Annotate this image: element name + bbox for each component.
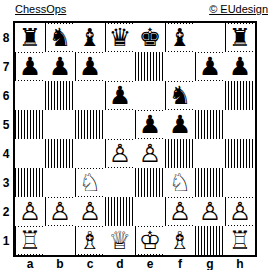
square-h6[interactable] (225, 81, 255, 110)
square-d3[interactable] (105, 168, 135, 197)
square-a6[interactable] (15, 81, 45, 110)
piece-black-queen[interactable]: ♛ (109, 24, 131, 51)
square-d7[interactable] (105, 52, 135, 81)
piece-backing: ♔ (137, 227, 163, 254)
square-h2[interactable]: ♙ (225, 197, 255, 226)
piece-white-bishop[interactable]: ♗ (79, 227, 101, 254)
square-h5[interactable] (225, 110, 255, 139)
piece-backing: ♙ (137, 140, 163, 167)
square-f8[interactable]: ♝ (165, 23, 195, 52)
piece-backing: ♘ (77, 169, 103, 196)
square-h3[interactable] (225, 168, 255, 197)
square-h7[interactable]: ♟ (225, 52, 255, 81)
piece-backing: ♙ (47, 198, 73, 225)
piece-black-bishop[interactable]: ♝ (169, 24, 191, 51)
rank-label-8: 8 (0, 23, 12, 52)
piece-backing: ♙ (17, 198, 43, 225)
piece-white-rook[interactable]: ♖ (19, 227, 41, 254)
piece-backing: ♝ (167, 24, 193, 51)
rank-label-5: 5 (0, 110, 12, 139)
piece-black-pawn[interactable]: ♟ (169, 111, 191, 138)
square-b1[interactable] (45, 226, 75, 255)
square-g6[interactable] (195, 81, 225, 110)
square-a5[interactable] (15, 110, 45, 139)
piece-backing: ♟ (17, 53, 43, 80)
square-f5[interactable]: ♟ (165, 110, 195, 139)
piece-backing: ♜ (227, 24, 253, 51)
piece-backing: ♝ (77, 24, 103, 51)
piece-backing: ♟ (227, 53, 253, 80)
piece-white-pawn[interactable]: ♙ (19, 198, 41, 225)
piece-black-knight[interactable]: ♞ (169, 82, 191, 109)
square-e5[interactable]: ♟ (135, 110, 165, 139)
square-c2[interactable]: ♙ (75, 197, 105, 226)
piece-backing: ♟ (167, 111, 193, 138)
rank-label-2: 2 (0, 197, 12, 226)
file-label-d: d (105, 257, 135, 270)
square-e7[interactable] (135, 52, 165, 81)
piece-white-pawn[interactable]: ♙ (199, 198, 221, 225)
piece-backing: ♛ (107, 24, 133, 51)
piece-black-bishop[interactable]: ♝ (79, 24, 101, 51)
file-label-a: a (15, 257, 45, 270)
square-e3[interactable] (135, 168, 165, 197)
piece-backing: ♖ (227, 227, 253, 254)
square-d6[interactable]: ♟ (105, 81, 135, 110)
square-a2[interactable]: ♙ (15, 197, 45, 226)
square-c3[interactable]: ♘ (75, 168, 105, 197)
square-f7[interactable] (165, 52, 195, 81)
file-label-b: b (45, 257, 75, 270)
square-e8[interactable]: ♚ (135, 23, 165, 52)
square-a4[interactable] (15, 139, 45, 168)
piece-backing: ♞ (47, 24, 73, 51)
rank-label-1: 1 (0, 226, 12, 255)
piece-backing: ♟ (77, 53, 103, 80)
piece-backing: ♙ (197, 198, 223, 225)
file-label-e: e (135, 257, 165, 270)
square-a7[interactable]: ♟ (15, 52, 45, 81)
square-a8[interactable]: ♜ (15, 23, 45, 52)
square-b5[interactable] (45, 110, 75, 139)
square-b2[interactable]: ♙ (45, 197, 75, 226)
piece-backing: ♙ (227, 198, 253, 225)
piece-backing: ♟ (137, 111, 163, 138)
piece-white-knight[interactable]: ♘ (169, 169, 191, 196)
square-b8[interactable]: ♞ (45, 23, 75, 52)
piece-backing: ♙ (77, 198, 103, 225)
square-b6[interactable] (45, 81, 75, 110)
piece-backing: ♟ (197, 53, 223, 80)
square-f4[interactable] (165, 139, 195, 168)
square-b7[interactable]: ♟ (45, 52, 75, 81)
square-a1[interactable]: ♖ (15, 226, 45, 255)
square-c4[interactable] (75, 139, 105, 168)
piece-white-knight[interactable]: ♘ (79, 169, 101, 196)
square-f2[interactable]: ♙ (165, 197, 195, 226)
square-d8[interactable]: ♛ (105, 23, 135, 52)
square-a3[interactable] (15, 168, 45, 197)
square-d4[interactable]: ♙ (105, 139, 135, 168)
square-c6[interactable] (75, 81, 105, 110)
piece-backing: ♕ (107, 227, 133, 254)
board-grid: ♜♞♝♛♚♝♜♟♟♟♟♟♟♞♟♟♙♙♘♘♙♙♙♙♙♙♖♗♕♔♗♖ (13, 21, 257, 257)
piece-black-knight[interactable]: ♞ (49, 24, 71, 51)
piece-backing: ♘ (167, 169, 193, 196)
square-c8[interactable]: ♝ (75, 23, 105, 52)
file-label-h: h (225, 257, 255, 270)
square-d5[interactable] (105, 110, 135, 139)
piece-backing: ♜ (17, 24, 43, 51)
square-f3[interactable]: ♘ (165, 168, 195, 197)
square-g4[interactable] (195, 139, 225, 168)
piece-black-pawn[interactable]: ♟ (139, 111, 161, 138)
square-g7[interactable]: ♟ (195, 52, 225, 81)
piece-black-pawn[interactable]: ♟ (49, 53, 71, 80)
piece-backing: ♞ (167, 82, 193, 109)
file-label-c: c (75, 257, 105, 270)
piece-black-pawn[interactable]: ♟ (229, 53, 251, 80)
app-title: ChessOps (15, 2, 66, 16)
square-e1[interactable]: ♔ (135, 226, 165, 255)
piece-black-rook[interactable]: ♜ (19, 24, 41, 51)
square-b3[interactable] (45, 168, 75, 197)
square-h8[interactable]: ♜ (225, 23, 255, 52)
piece-black-king[interactable]: ♚ (139, 24, 161, 51)
square-d2[interactable] (105, 197, 135, 226)
square-c1[interactable]: ♗ (75, 226, 105, 255)
piece-white-pawn[interactable]: ♙ (169, 198, 191, 225)
square-e2[interactable] (135, 197, 165, 226)
piece-white-pawn[interactable]: ♙ (109, 140, 131, 167)
rank-label-6: 6 (0, 81, 12, 110)
piece-black-rook[interactable]: ♜ (229, 24, 251, 51)
square-g1[interactable] (195, 226, 225, 255)
piece-backing: ♟ (107, 82, 133, 109)
piece-white-pawn[interactable]: ♙ (79, 198, 101, 225)
square-c5[interactable] (75, 110, 105, 139)
rank-label-4: 4 (0, 139, 12, 168)
file-label-f: f (165, 257, 195, 270)
square-h4[interactable] (225, 139, 255, 168)
square-g2[interactable]: ♙ (195, 197, 225, 226)
piece-backing: ♟ (47, 53, 73, 80)
chessops-window: ChessOps © EUdesign 87654321 ♜♞♝♛♚♝♜♟♟♟♟… (0, 0, 270, 270)
piece-white-bishop[interactable]: ♗ (169, 227, 191, 254)
piece-backing: ♙ (107, 140, 133, 167)
credit-text: © EUdesign (209, 2, 268, 16)
piece-backing: ♖ (17, 227, 43, 254)
square-g3[interactable] (195, 168, 225, 197)
piece-backing: ♗ (77, 227, 103, 254)
square-f1[interactable]: ♗ (165, 226, 195, 255)
square-d1[interactable]: ♕ (105, 226, 135, 255)
piece-white-pawn[interactable]: ♙ (229, 198, 251, 225)
piece-white-king[interactable]: ♔ (139, 227, 161, 254)
rank-label-3: 3 (0, 168, 12, 197)
piece-white-queen[interactable]: ♕ (109, 227, 131, 254)
piece-backing: ♙ (167, 198, 193, 225)
square-g8[interactable] (195, 23, 225, 52)
piece-black-pawn[interactable]: ♟ (79, 53, 101, 80)
square-f6[interactable]: ♞ (165, 81, 195, 110)
square-b4[interactable] (45, 139, 75, 168)
square-h1[interactable]: ♖ (225, 226, 255, 255)
piece-backing: ♚ (137, 24, 163, 51)
piece-white-rook[interactable]: ♖ (229, 227, 251, 254)
square-e4[interactable]: ♙ (135, 139, 165, 168)
piece-black-pawn[interactable]: ♟ (109, 82, 131, 109)
square-e6[interactable] (135, 81, 165, 110)
piece-white-pawn[interactable]: ♙ (139, 140, 161, 167)
rank-label-7: 7 (0, 52, 12, 81)
piece-backing: ♗ (167, 227, 193, 254)
piece-black-pawn[interactable]: ♟ (199, 53, 221, 80)
file-label-g: g (195, 257, 225, 270)
piece-white-pawn[interactable]: ♙ (49, 198, 71, 225)
square-g5[interactable] (195, 110, 225, 139)
square-c7[interactable]: ♟ (75, 52, 105, 81)
piece-black-pawn[interactable]: ♟ (19, 53, 41, 80)
